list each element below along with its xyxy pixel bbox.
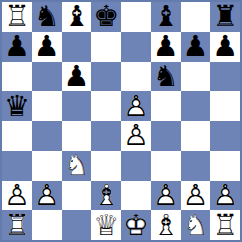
square-g5[interactable] bbox=[181, 91, 211, 121]
black-pawn[interactable]: ♟ bbox=[151, 32, 181, 62]
black-rook[interactable]: ♜ bbox=[210, 2, 240, 32]
square-a3[interactable] bbox=[2, 151, 32, 181]
white-pawn[interactable]: ♟♙ bbox=[121, 91, 151, 121]
white-rook[interactable]: ♜♖ bbox=[210, 210, 240, 240]
piece-fill-glyph: ♝ bbox=[62, 2, 92, 32]
black-pawn[interactable]: ♟ bbox=[2, 32, 32, 62]
piece-outline-glyph: ♙ bbox=[121, 121, 151, 151]
black-knight[interactable]: ♞ bbox=[151, 62, 181, 92]
square-a7[interactable]: ♟ bbox=[2, 32, 32, 62]
square-b6[interactable] bbox=[32, 62, 62, 92]
piece-outline-glyph: ♕ bbox=[91, 210, 121, 240]
square-e6[interactable] bbox=[121, 62, 151, 92]
white-rook[interactable]: ♜♖ bbox=[2, 210, 32, 240]
square-f8[interactable]: ♝ bbox=[151, 2, 181, 32]
black-pawn[interactable]: ♟ bbox=[62, 62, 92, 92]
square-h2[interactable]: ♟♙ bbox=[210, 181, 240, 211]
square-d6[interactable] bbox=[91, 62, 121, 92]
white-pawn[interactable]: ♟♙ bbox=[2, 181, 32, 211]
square-h4[interactable] bbox=[210, 121, 240, 151]
square-c4[interactable] bbox=[62, 121, 92, 151]
square-g3[interactable] bbox=[181, 151, 211, 181]
piece-outline-glyph: ♙ bbox=[151, 181, 181, 211]
white-pawn[interactable]: ♟♙ bbox=[151, 181, 181, 211]
piece-outline-glyph: ♖ bbox=[2, 210, 32, 240]
square-a2[interactable]: ♟♙ bbox=[2, 181, 32, 211]
black-pawn[interactable]: ♟ bbox=[210, 32, 240, 62]
piece-fill-glyph: ♟ bbox=[2, 32, 32, 62]
white-bishop[interactable]: ♝♗ bbox=[91, 181, 121, 211]
square-b4[interactable] bbox=[32, 121, 62, 151]
square-b8[interactable]: ♞ bbox=[32, 2, 62, 32]
square-h1[interactable]: ♜♖ bbox=[210, 210, 240, 240]
black-bishop[interactable]: ♝ bbox=[151, 2, 181, 32]
square-d4[interactable] bbox=[91, 121, 121, 151]
square-f2[interactable]: ♟♙ bbox=[151, 181, 181, 211]
square-e7[interactable] bbox=[121, 32, 151, 62]
black-queen[interactable]: ♛ bbox=[2, 91, 32, 121]
piece-fill-glyph: ♟ bbox=[210, 32, 240, 62]
chess-board: ♜♖♞♝♚♝♜♟♟♟♟♟♟♞♛♟♙♟♙♞♘♟♙♟♙♝♗♟♙♟♙♟♙♜♖♛♕♚♔♝… bbox=[0, 0, 242, 242]
square-h8[interactable]: ♜ bbox=[210, 2, 240, 32]
piece-outline-glyph: ♙ bbox=[121, 91, 151, 121]
square-d8[interactable]: ♚ bbox=[91, 2, 121, 32]
square-b5[interactable] bbox=[32, 91, 62, 121]
square-c8[interactable]: ♝ bbox=[62, 2, 92, 32]
white-knight[interactable]: ♞♘ bbox=[181, 210, 211, 240]
square-f5[interactable] bbox=[151, 91, 181, 121]
square-d3[interactable] bbox=[91, 151, 121, 181]
square-h5[interactable] bbox=[210, 91, 240, 121]
square-a5[interactable]: ♛ bbox=[2, 91, 32, 121]
piece-outline-glyph: ♗ bbox=[91, 181, 121, 211]
piece-outline-glyph: ♙ bbox=[181, 181, 211, 211]
piece-outline-glyph: ♘ bbox=[181, 210, 211, 240]
square-b2[interactable]: ♟♙ bbox=[32, 181, 62, 211]
piece-fill-glyph: ♟ bbox=[181, 32, 211, 62]
piece-fill-glyph: ♞ bbox=[151, 62, 181, 92]
piece-outline-glyph: ♘ bbox=[62, 151, 92, 181]
square-h6[interactable] bbox=[210, 62, 240, 92]
square-b7[interactable]: ♟ bbox=[32, 32, 62, 62]
square-e5[interactable]: ♟♙ bbox=[121, 91, 151, 121]
square-g7[interactable]: ♟ bbox=[181, 32, 211, 62]
square-f3[interactable] bbox=[151, 151, 181, 181]
white-queen[interactable]: ♛♕ bbox=[91, 210, 121, 240]
white-pawn[interactable]: ♟♙ bbox=[181, 181, 211, 211]
piece-fill-glyph: ♝ bbox=[151, 2, 181, 32]
piece-outline-glyph: ♙ bbox=[32, 181, 62, 211]
white-pawn[interactable]: ♟♙ bbox=[32, 181, 62, 211]
white-bishop[interactable]: ♝♗ bbox=[151, 210, 181, 240]
piece-fill-glyph: ♞ bbox=[32, 2, 62, 32]
piece-outline-glyph: ♗ bbox=[151, 210, 181, 240]
square-a1[interactable]: ♜♖ bbox=[2, 210, 32, 240]
white-king[interactable]: ♚♔ bbox=[121, 210, 151, 240]
square-d7[interactable] bbox=[91, 32, 121, 62]
square-e8[interactable] bbox=[121, 2, 151, 32]
black-knight[interactable]: ♞ bbox=[32, 2, 62, 32]
piece-outline-glyph: ♖ bbox=[2, 2, 32, 32]
piece-fill-glyph: ♟ bbox=[32, 32, 62, 62]
square-h7[interactable]: ♟ bbox=[210, 32, 240, 62]
square-g8[interactable] bbox=[181, 2, 211, 32]
square-f1[interactable]: ♝♗ bbox=[151, 210, 181, 240]
square-f7[interactable]: ♟ bbox=[151, 32, 181, 62]
square-c3[interactable]: ♞♘ bbox=[62, 151, 92, 181]
square-a6[interactable] bbox=[2, 62, 32, 92]
square-g6[interactable] bbox=[181, 62, 211, 92]
square-f6[interactable]: ♞ bbox=[151, 62, 181, 92]
piece-outline-glyph: ♖ bbox=[210, 210, 240, 240]
white-knight[interactable]: ♞♘ bbox=[62, 151, 92, 181]
square-e3[interactable] bbox=[121, 151, 151, 181]
white-pawn[interactable]: ♟♙ bbox=[121, 121, 151, 151]
square-b1[interactable] bbox=[32, 210, 62, 240]
square-e1[interactable]: ♚♔ bbox=[121, 210, 151, 240]
square-c7[interactable] bbox=[62, 32, 92, 62]
black-pawn[interactable]: ♟ bbox=[181, 32, 211, 62]
square-a4[interactable] bbox=[2, 121, 32, 151]
piece-outline-glyph: ♙ bbox=[210, 181, 240, 211]
square-d2[interactable]: ♝♗ bbox=[91, 181, 121, 211]
piece-fill-glyph: ♟ bbox=[62, 62, 92, 92]
square-a8[interactable]: ♜♖ bbox=[2, 2, 32, 32]
square-d5[interactable] bbox=[91, 91, 121, 121]
piece-fill-glyph: ♜ bbox=[210, 2, 240, 32]
square-f4[interactable] bbox=[151, 121, 181, 151]
black-bishop[interactable]: ♝ bbox=[62, 2, 92, 32]
square-g4[interactable] bbox=[181, 121, 211, 151]
square-c1[interactable] bbox=[62, 210, 92, 240]
white-pawn[interactable]: ♟♙ bbox=[210, 181, 240, 211]
square-b3[interactable] bbox=[32, 151, 62, 181]
piece-outline-glyph: ♔ bbox=[121, 210, 151, 240]
square-e4[interactable]: ♟♙ bbox=[121, 121, 151, 151]
square-c6[interactable]: ♟ bbox=[62, 62, 92, 92]
square-g1[interactable]: ♞♘ bbox=[181, 210, 211, 240]
black-pawn[interactable]: ♟ bbox=[32, 32, 62, 62]
square-h3[interactable] bbox=[210, 151, 240, 181]
piece-fill-glyph: ♟ bbox=[151, 32, 181, 62]
black-king[interactable]: ♚ bbox=[91, 2, 121, 32]
square-d1[interactable]: ♛♕ bbox=[91, 210, 121, 240]
piece-fill-glyph: ♛ bbox=[2, 91, 32, 121]
square-g2[interactable]: ♟♙ bbox=[181, 181, 211, 211]
square-c5[interactable] bbox=[62, 91, 92, 121]
square-e2[interactable] bbox=[121, 181, 151, 211]
square-c2[interactable] bbox=[62, 181, 92, 211]
white-rook[interactable]: ♜♖ bbox=[2, 2, 32, 32]
piece-fill-glyph: ♚ bbox=[91, 2, 121, 32]
piece-outline-glyph: ♙ bbox=[2, 181, 32, 211]
